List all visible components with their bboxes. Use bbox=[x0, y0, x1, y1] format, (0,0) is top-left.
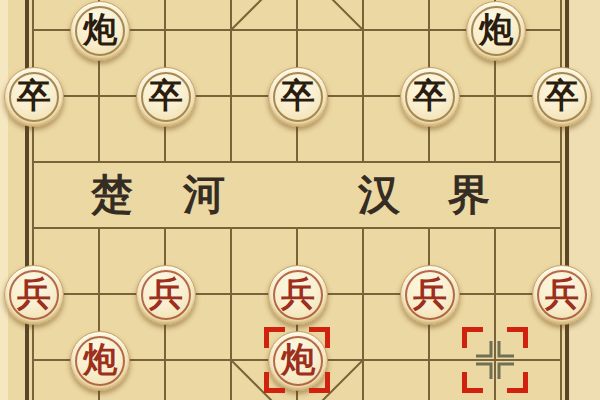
piece-glyph: 炮 bbox=[479, 13, 513, 47]
piece-glyph: 卒 bbox=[281, 79, 315, 113]
piece-red-soldier[interactable]: 兵 bbox=[532, 265, 592, 325]
piece-black-cannon[interactable]: 炮 bbox=[466, 1, 526, 61]
piece-black-cannon[interactable]: 炮 bbox=[70, 1, 130, 61]
piece-glyph: 炮 bbox=[281, 343, 315, 377]
piece-black-soldier[interactable]: 卒 bbox=[400, 67, 460, 127]
piece-red-soldier[interactable]: 兵 bbox=[400, 265, 460, 325]
river-label-han: 汉 bbox=[358, 174, 400, 216]
piece-black-soldier[interactable]: 卒 bbox=[136, 67, 196, 127]
piece-glyph: 卒 bbox=[149, 79, 183, 113]
piece-red-soldier[interactable]: 兵 bbox=[4, 265, 64, 325]
river-label-chu: 楚 bbox=[91, 174, 133, 216]
piece-glyph: 兵 bbox=[281, 277, 315, 311]
piece-glyph: 炮 bbox=[83, 13, 117, 47]
piece-glyph: 卒 bbox=[17, 79, 51, 113]
piece-black-soldier[interactable]: 卒 bbox=[268, 67, 328, 127]
river-label-jie: 界 bbox=[448, 174, 490, 216]
piece-black-soldier[interactable]: 卒 bbox=[532, 67, 592, 127]
river-label-he: 河 bbox=[183, 174, 225, 216]
xiangqi-board: 楚 河 汉 界 炮炮卒卒卒卒卒兵兵兵兵兵炮炮 bbox=[0, 0, 600, 400]
piece-red-soldier[interactable]: 兵 bbox=[268, 265, 328, 325]
move-origin-marker bbox=[462, 327, 528, 393]
piece-glyph: 兵 bbox=[413, 277, 447, 311]
piece-glyph: 兵 bbox=[545, 277, 579, 311]
piece-glyph: 卒 bbox=[545, 79, 579, 113]
piece-glyph: 兵 bbox=[17, 277, 51, 311]
piece-black-soldier[interactable]: 卒 bbox=[4, 67, 64, 127]
piece-glyph: 炮 bbox=[83, 343, 117, 377]
origin-cross-icon bbox=[462, 327, 528, 393]
piece-glyph: 兵 bbox=[149, 277, 183, 311]
piece-red-cannon-selected[interactable]: 炮 bbox=[268, 331, 328, 391]
piece-red-soldier[interactable]: 兵 bbox=[136, 265, 196, 325]
piece-glyph: 卒 bbox=[413, 79, 447, 113]
piece-red-cannon[interactable]: 炮 bbox=[70, 331, 130, 391]
